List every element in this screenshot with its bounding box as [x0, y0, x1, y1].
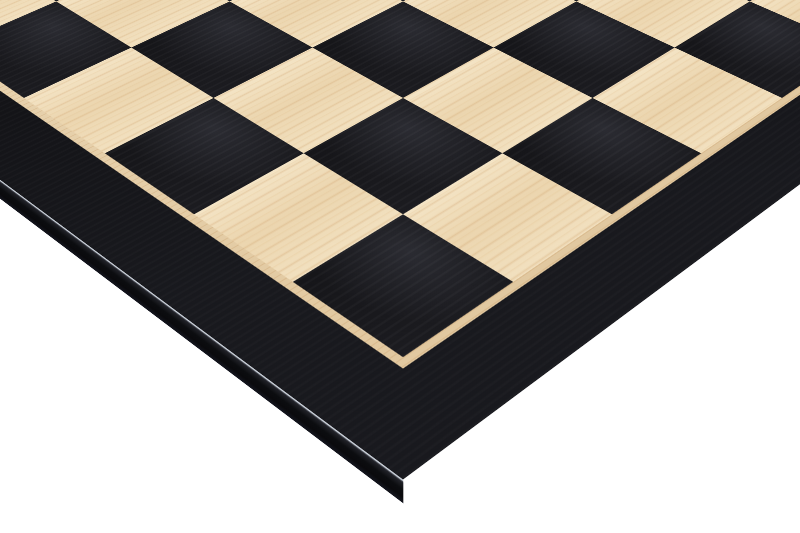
- chess-board: [0, 0, 800, 480]
- board-frame: [0, 0, 800, 480]
- playing-area: [0, 0, 800, 357]
- photo-background: [0, 0, 800, 533]
- maple-inlay-line: [0, 0, 800, 369]
- camera-view: [0, 0, 800, 533]
